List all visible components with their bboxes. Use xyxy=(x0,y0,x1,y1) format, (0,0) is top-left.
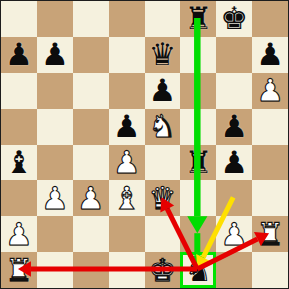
square-g8[interactable]: ♚ xyxy=(216,1,252,37)
square-a1[interactable]: ♜ xyxy=(1,252,37,288)
square-h8[interactable] xyxy=(252,1,288,37)
piece-white-queen[interactable]: ♛ xyxy=(145,180,181,216)
square-c2[interactable] xyxy=(73,216,109,252)
square-g2[interactable]: ♟ xyxy=(216,216,252,252)
piece-black-rook[interactable]: ♜ xyxy=(180,1,216,37)
piece-black-pawn[interactable]: ♟ xyxy=(109,109,145,145)
square-f1[interactable]: ♞ xyxy=(180,252,216,288)
square-e8[interactable] xyxy=(145,1,181,37)
square-d5[interactable]: ♟ xyxy=(109,109,145,145)
square-f6[interactable] xyxy=(180,73,216,109)
square-c5[interactable] xyxy=(73,109,109,145)
piece-black-knight[interactable]: ♞ xyxy=(180,252,216,288)
piece-black-pawn[interactable]: ♟ xyxy=(1,37,37,73)
square-b4[interactable] xyxy=(37,145,73,181)
piece-white-pawn[interactable]: ♟ xyxy=(73,180,109,216)
square-d4[interactable]: ♟ xyxy=(109,145,145,181)
piece-white-pawn[interactable]: ♟ xyxy=(37,180,73,216)
square-c1[interactable] xyxy=(73,252,109,288)
square-h7[interactable]: ♟ xyxy=(252,37,288,73)
square-a3[interactable] xyxy=(1,180,37,216)
square-c4[interactable] xyxy=(73,145,109,181)
piece-black-queen[interactable]: ♛ xyxy=(145,37,181,73)
piece-black-rook[interactable]: ♜ xyxy=(180,145,216,181)
square-h6[interactable]: ♟ xyxy=(252,73,288,109)
square-c8[interactable] xyxy=(73,1,109,37)
square-b8[interactable] xyxy=(37,1,73,37)
piece-white-pawn[interactable]: ♟ xyxy=(216,216,252,252)
square-g4[interactable]: ♟ xyxy=(216,145,252,181)
square-f4[interactable]: ♜ xyxy=(180,145,216,181)
square-e3[interactable]: ♛ xyxy=(145,180,181,216)
square-f5[interactable] xyxy=(180,109,216,145)
square-h5[interactable] xyxy=(252,109,288,145)
square-f3[interactable] xyxy=(180,180,216,216)
square-e2[interactable] xyxy=(145,216,181,252)
piece-black-pawn[interactable]: ♟ xyxy=(145,73,181,109)
square-c7[interactable] xyxy=(73,37,109,73)
square-b1[interactable] xyxy=(37,252,73,288)
square-b2[interactable] xyxy=(37,216,73,252)
square-h1[interactable] xyxy=(252,252,288,288)
piece-black-king[interactable]: ♚ xyxy=(216,1,252,37)
square-b6[interactable] xyxy=(37,73,73,109)
piece-white-bishop[interactable]: ♝ xyxy=(109,180,145,216)
square-f8[interactable]: ♜ xyxy=(180,1,216,37)
square-a7[interactable]: ♟ xyxy=(1,37,37,73)
square-c3[interactable]: ♟ xyxy=(73,180,109,216)
piece-white-pawn[interactable]: ♟ xyxy=(109,145,145,181)
piece-black-pawn[interactable]: ♟ xyxy=(252,37,288,73)
piece-white-pawn[interactable]: ♟ xyxy=(1,216,37,252)
square-g3[interactable] xyxy=(216,180,252,216)
square-d3[interactable]: ♝ xyxy=(109,180,145,216)
square-e4[interactable] xyxy=(145,145,181,181)
square-h4[interactable] xyxy=(252,145,288,181)
square-h2[interactable]: ♜ xyxy=(252,216,288,252)
chess-app: ♜♚♟♟♛♟♟♟♟♞♟♝♟♜♟♟♟♝♛♟♟♜♜♚♞ xyxy=(0,0,289,289)
square-a4[interactable]: ♝ xyxy=(1,145,37,181)
chess-board: ♜♚♟♟♛♟♟♟♟♞♟♝♟♜♟♟♟♝♛♟♟♜♜♚♞ xyxy=(0,0,289,289)
square-g7[interactable] xyxy=(216,37,252,73)
square-c6[interactable] xyxy=(73,73,109,109)
square-a6[interactable] xyxy=(1,73,37,109)
piece-white-knight[interactable]: ♞ xyxy=(145,109,181,145)
square-e6[interactable]: ♟ xyxy=(145,73,181,109)
square-g5[interactable]: ♟ xyxy=(216,109,252,145)
square-g6[interactable] xyxy=(216,73,252,109)
piece-white-rook[interactable]: ♜ xyxy=(1,252,37,288)
square-d7[interactable] xyxy=(109,37,145,73)
square-d1[interactable] xyxy=(109,252,145,288)
square-e1[interactable]: ♚ xyxy=(145,252,181,288)
piece-white-rook[interactable]: ♜ xyxy=(252,216,288,252)
square-a2[interactable]: ♟ xyxy=(1,216,37,252)
square-f7[interactable] xyxy=(180,37,216,73)
square-d2[interactable] xyxy=(109,216,145,252)
piece-black-pawn[interactable]: ♟ xyxy=(216,109,252,145)
square-d8[interactable] xyxy=(109,1,145,37)
square-h3[interactable] xyxy=(252,180,288,216)
square-d6[interactable] xyxy=(109,73,145,109)
square-e7[interactable]: ♛ xyxy=(145,37,181,73)
square-b3[interactable]: ♟ xyxy=(37,180,73,216)
square-g1[interactable] xyxy=(216,252,252,288)
square-e5[interactable]: ♞ xyxy=(145,109,181,145)
square-b5[interactable] xyxy=(37,109,73,145)
piece-black-pawn[interactable]: ♟ xyxy=(216,145,252,181)
square-a8[interactable] xyxy=(1,1,37,37)
piece-white-king[interactable]: ♚ xyxy=(145,252,181,288)
square-b7[interactable]: ♟ xyxy=(37,37,73,73)
piece-black-bishop[interactable]: ♝ xyxy=(1,145,37,181)
square-a5[interactable] xyxy=(1,109,37,145)
piece-white-pawn[interactable]: ♟ xyxy=(252,73,288,109)
piece-black-pawn[interactable]: ♟ xyxy=(37,37,73,73)
square-f2[interactable] xyxy=(180,216,216,252)
